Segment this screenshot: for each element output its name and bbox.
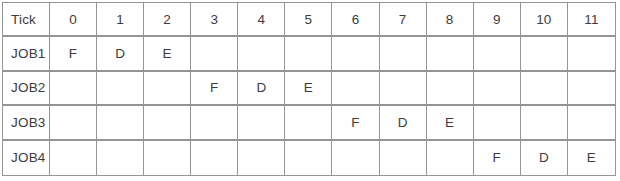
empty-cell — [521, 72, 568, 106]
empty-cell — [427, 141, 474, 175]
empty-cell — [568, 37, 615, 71]
empty-cell — [97, 141, 144, 175]
empty-cell — [380, 37, 427, 71]
stage-cell: D — [380, 106, 427, 140]
tick-number-cell: 9 — [474, 3, 521, 37]
empty-cell — [238, 106, 285, 140]
stage-cell: E — [285, 72, 332, 106]
tick-number-cell: 7 — [380, 3, 427, 37]
stage-cell: F — [191, 72, 238, 106]
empty-cell — [50, 106, 97, 140]
empty-cell — [380, 72, 427, 106]
empty-cell — [332, 37, 379, 71]
empty-cell — [332, 141, 379, 175]
empty-cell — [97, 72, 144, 106]
empty-cell — [50, 141, 97, 175]
stage-cell: E — [144, 37, 191, 71]
tick-header-cell: Tick — [3, 3, 50, 37]
empty-cell — [144, 141, 191, 175]
stage-cell: D — [521, 141, 568, 175]
stage-cell: D — [238, 72, 285, 106]
tick-number-cell: 6 — [332, 3, 379, 37]
stage-cell: E — [427, 106, 474, 140]
tick-number-cell: 5 — [285, 3, 332, 37]
empty-cell — [474, 37, 521, 71]
tick-number-cell: 11 — [568, 3, 615, 37]
job-label-cell: JOB1 — [3, 37, 50, 71]
empty-cell — [144, 72, 191, 106]
empty-cell — [474, 72, 521, 106]
empty-cell — [144, 106, 191, 140]
empty-cell — [568, 106, 615, 140]
stage-cell: E — [568, 141, 615, 175]
tick-number-cell: 3 — [191, 3, 238, 37]
tick-number-cell: 0 — [50, 3, 97, 37]
stage-cell: D — [97, 37, 144, 71]
stage-cell: F — [332, 106, 379, 140]
empty-cell — [521, 106, 568, 140]
empty-cell — [427, 37, 474, 71]
tick-number-cell: 10 — [521, 3, 568, 37]
empty-cell — [474, 106, 521, 140]
empty-cell — [97, 106, 144, 140]
empty-cell — [191, 106, 238, 140]
empty-cell — [285, 106, 332, 140]
job-label-cell: JOB3 — [3, 106, 50, 140]
empty-cell — [238, 141, 285, 175]
empty-cell — [238, 37, 285, 71]
empty-cell — [568, 72, 615, 106]
job-label-cell: JOB2 — [3, 72, 50, 106]
stage-cell: F — [474, 141, 521, 175]
empty-cell — [285, 37, 332, 71]
empty-cell — [191, 37, 238, 71]
stage-cell: F — [50, 37, 97, 71]
job-label-cell: JOB4 — [3, 141, 50, 175]
empty-cell — [380, 141, 427, 175]
empty-cell — [521, 37, 568, 71]
empty-cell — [285, 141, 332, 175]
empty-cell — [50, 72, 97, 106]
tick-number-cell: 1 — [97, 3, 144, 37]
empty-cell — [427, 72, 474, 106]
pipeline-schedule-table: Tick01234567891011JOB1FDEJOB2FDEJOB3FDEJ… — [2, 2, 616, 176]
tick-number-cell: 8 — [427, 3, 474, 37]
tick-number-cell: 4 — [238, 3, 285, 37]
empty-cell — [332, 72, 379, 106]
empty-cell — [191, 141, 238, 175]
tick-number-cell: 2 — [144, 3, 191, 37]
